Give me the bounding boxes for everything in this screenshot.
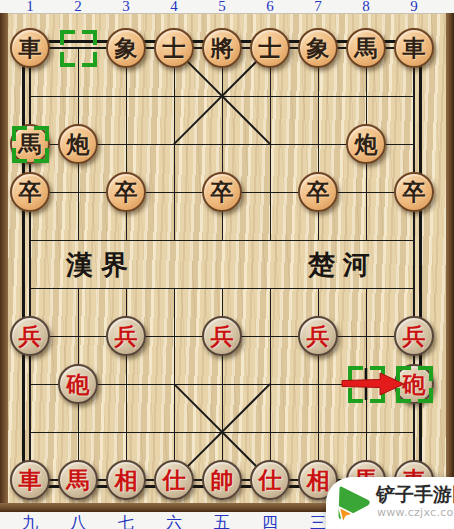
piece-black-elephant[interactable]: 象 bbox=[298, 28, 338, 68]
piece-black-cannon[interactable]: 炮 bbox=[58, 124, 98, 164]
piece-red-chariot[interactable]: 車 bbox=[10, 460, 50, 500]
piece-red-general[interactable]: 帥 bbox=[202, 460, 242, 500]
piece-red-soldier[interactable]: 兵 bbox=[202, 316, 242, 356]
piece-black-elephant[interactable]: 象 bbox=[106, 28, 146, 68]
piece-red-soldier[interactable]: 兵 bbox=[106, 316, 146, 356]
arrow-icon bbox=[342, 373, 404, 395]
file-label-bottom-5: 五 bbox=[198, 513, 246, 529]
file-label-top-1: 1 bbox=[6, 0, 54, 15]
move-marker-bracket bbox=[12, 126, 49, 163]
piece-red-advisor[interactable]: 仕 bbox=[250, 460, 290, 500]
file-label-bottom-2: 八 bbox=[54, 513, 102, 529]
piece-black-advisor[interactable]: 士 bbox=[154, 28, 194, 68]
piece-black-soldier[interactable]: 卒 bbox=[106, 172, 146, 212]
file-label-top-2: 2 bbox=[54, 0, 102, 15]
piece-red-soldier[interactable]: 兵 bbox=[298, 316, 338, 356]
piece-black-soldier[interactable]: 卒 bbox=[394, 172, 434, 212]
piece-black-chariot[interactable]: 車 bbox=[394, 28, 434, 68]
board-frame-left bbox=[0, 13, 8, 512]
file-label-top-5: 5 bbox=[198, 0, 246, 15]
watermark-site-name: 铲子手游网 bbox=[376, 482, 454, 508]
file-label-top-7: 7 bbox=[294, 0, 342, 15]
piece-black-soldier[interactable]: 卒 bbox=[10, 172, 50, 212]
piece-black-general[interactable]: 將 bbox=[202, 28, 242, 68]
file-label-top-8: 8 bbox=[342, 0, 390, 15]
piece-red-cannon[interactable]: 砲 bbox=[58, 364, 98, 404]
piece-red-soldier[interactable]: 兵 bbox=[10, 316, 50, 356]
board-frame-right bbox=[446, 13, 454, 512]
piece-black-advisor[interactable]: 士 bbox=[250, 28, 290, 68]
piece-red-soldier[interactable]: 兵 bbox=[394, 316, 434, 356]
piece-black-chariot[interactable]: 車 bbox=[10, 28, 50, 68]
file-label-top-3: 3 bbox=[102, 0, 150, 15]
top-coordinate-strip: 123456789 bbox=[0, 0, 454, 13]
piece-black-horse[interactable]: 馬 bbox=[346, 28, 386, 68]
piece-black-cannon[interactable]: 炮 bbox=[346, 124, 386, 164]
site-watermark: 铲子手游网 www.czjxc.com bbox=[326, 477, 454, 529]
xiangqi-app-screen: 漢界 楚河 123456789 九八七六五四三二一 車象士將士象馬車馬炮炮卒卒卒… bbox=[0, 0, 454, 529]
file-label-top-9: 9 bbox=[390, 0, 438, 15]
piece-red-elephant[interactable]: 相 bbox=[106, 460, 146, 500]
file-label-bottom-6: 四 bbox=[246, 513, 294, 529]
shovel-logo-icon bbox=[331, 483, 373, 525]
move-marker-bracket bbox=[60, 30, 97, 67]
piece-black-soldier[interactable]: 卒 bbox=[298, 172, 338, 212]
file-label-bottom-3: 七 bbox=[102, 513, 150, 529]
watermark-site-url: www.czjxc.com bbox=[377, 506, 454, 519]
piece-red-advisor[interactable]: 仕 bbox=[154, 460, 194, 500]
file-label-bottom-1: 九 bbox=[6, 513, 54, 529]
piece-red-horse[interactable]: 馬 bbox=[58, 460, 98, 500]
drag-move-arrow bbox=[334, 366, 412, 402]
file-label-top-6: 6 bbox=[246, 0, 294, 15]
file-label-bottom-4: 六 bbox=[150, 513, 198, 529]
xiangqi-board[interactable]: 車象士將士象馬車馬炮炮卒卒卒卒卒兵兵兵兵兵砲砲車馬相仕帥仕相馬車 bbox=[6, 24, 438, 504]
file-label-top-4: 4 bbox=[150, 0, 198, 15]
piece-black-soldier[interactable]: 卒 bbox=[202, 172, 242, 212]
